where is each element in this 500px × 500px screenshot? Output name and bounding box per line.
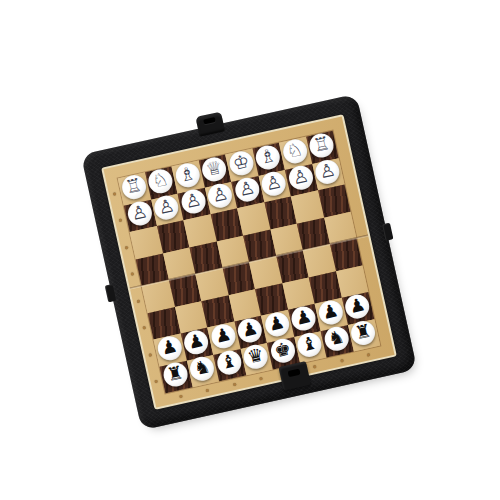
piece-black-pawn: ♟ (209, 322, 238, 351)
piece-white-rook: ♖ (307, 131, 336, 160)
board-trim: ♖♘♗♕♔♗♘♖♙♙♙♙♙♙♙♙♟♟♟♟♟♟♟♟♜♞♝♛♚♝♞♜ (101, 114, 397, 410)
board-square: ♜ (347, 319, 380, 352)
piece-black-pawn: ♟ (182, 328, 211, 357)
piece-glyph: ♝ (300, 334, 320, 355)
piece-glyph: ♟ (267, 313, 287, 334)
piece-glyph: ♙ (318, 161, 338, 182)
clasp-tab-top (195, 112, 225, 137)
piece-glyph: ♛ (246, 345, 266, 366)
piece-glyph: ♗ (177, 163, 197, 184)
brass-pin (232, 383, 236, 387)
piece-black-pawn: ♟ (289, 304, 318, 333)
piece-black-pawn: ♟ (263, 310, 292, 339)
piece-glyph: ♞ (326, 328, 346, 349)
piece-glyph: ♟ (294, 307, 314, 328)
piece-glyph: ♟ (240, 319, 260, 340)
brass-pin (148, 353, 152, 357)
piece-white-pawn: ♙ (125, 199, 154, 228)
chess-wallet: ♖♘♗♕♔♗♘♖♙♙♙♙♙♙♙♙♟♟♟♟♟♟♟♟♜♞♝♛♚♝♞♜ (81, 94, 417, 430)
piece-black-pawn: ♟ (236, 316, 265, 345)
brass-pin (340, 359, 344, 363)
brass-pin (206, 389, 210, 393)
piece-black-rook: ♜ (349, 319, 378, 348)
piece-white-pawn: ♙ (152, 193, 181, 222)
piece-white-pawn: ♙ (260, 170, 289, 199)
piece-glyph: ♙ (183, 190, 203, 211)
brass-pin (137, 299, 141, 303)
piece-black-knight: ♞ (322, 325, 351, 354)
piece-glyph: ♜ (165, 363, 185, 384)
clasp-tab-bottom (278, 361, 311, 390)
piece-glyph: ♕ (204, 158, 224, 179)
piece-glyph: ♔ (231, 152, 251, 173)
piece-glyph: ♙ (157, 196, 177, 217)
piece-white-rook: ♖ (119, 173, 148, 202)
piece-white-pawn: ♙ (206, 182, 235, 211)
piece-glyph: ♙ (291, 167, 311, 188)
piece-glyph: ♖ (124, 175, 144, 196)
hinge-pin-left (105, 284, 116, 302)
piece-glyph: ♟ (213, 325, 233, 346)
piece-black-rook: ♜ (161, 361, 190, 390)
piece-white-bishop: ♗ (173, 161, 202, 190)
brass-pin (154, 380, 158, 384)
piece-black-pawn: ♟ (343, 292, 372, 321)
piece-black-pawn: ♟ (316, 298, 345, 327)
piece-white-pawn: ♙ (179, 188, 208, 217)
piece-glyph: ♟ (321, 301, 341, 322)
piece-black-bishop: ♝ (215, 349, 244, 378)
piece-glyph: ♗ (258, 146, 278, 167)
product-photo: ♖♘♗♕♔♗♘♖♙♙♙♙♙♙♙♙♟♟♟♟♟♟♟♟♜♞♝♛♚♝♞♜ (0, 0, 500, 500)
piece-white-bishop: ♗ (254, 143, 283, 172)
piece-black-queen: ♛ (242, 343, 271, 372)
brass-pin (119, 219, 123, 223)
hinge-pin-right (382, 223, 393, 241)
piece-glyph: ♙ (210, 184, 230, 205)
brass-pin (367, 353, 371, 357)
piece-white-knight: ♘ (281, 137, 310, 166)
brass-pin (142, 326, 146, 330)
brass-pin (113, 192, 117, 196)
piece-glyph: ♘ (151, 169, 171, 190)
piece-white-pawn: ♙ (233, 176, 262, 205)
piece-glyph: ♙ (264, 172, 284, 193)
piece-white-queen: ♕ (200, 155, 229, 184)
piece-black-king: ♚ (269, 337, 298, 366)
piece-glyph: ♟ (159, 336, 179, 357)
brass-pin (125, 245, 129, 249)
piece-glyph: ♙ (237, 178, 257, 199)
brass-pin (131, 272, 135, 276)
piece-white-king: ♔ (227, 149, 256, 178)
piece-white-pawn: ♙ (313, 158, 342, 187)
board-margin: ♖♘♗♕♔♗♘♖♙♙♙♙♙♙♙♙♟♟♟♟♟♟♟♟♜♞♝♛♚♝♞♜ (103, 116, 394, 407)
chess-board: ♖♘♗♕♔♗♘♖♙♙♙♙♙♙♙♙♟♟♟♟♟♟♟♟♜♞♝♛♚♝♞♜ (118, 131, 380, 393)
piece-glyph: ♜ (353, 322, 373, 343)
piece-glyph: ♝ (219, 351, 239, 372)
piece-white-knight: ♘ (146, 167, 175, 196)
piece-glyph: ♖ (312, 134, 332, 155)
piece-glyph: ♟ (347, 295, 367, 316)
piece-black-bishop: ♝ (295, 331, 324, 360)
piece-glyph: ♞ (192, 357, 212, 378)
piece-glyph: ♚ (273, 340, 293, 361)
brass-pin (259, 377, 263, 381)
piece-black-pawn: ♟ (155, 334, 184, 363)
piece-glyph: ♙ (130, 202, 150, 223)
brass-pin (179, 395, 183, 399)
piece-glyph: ♟ (186, 331, 206, 352)
piece-glyph: ♘ (285, 140, 305, 161)
piece-white-pawn: ♙ (286, 164, 315, 193)
piece-black-knight: ♞ (188, 355, 217, 384)
brass-pin (313, 365, 317, 369)
